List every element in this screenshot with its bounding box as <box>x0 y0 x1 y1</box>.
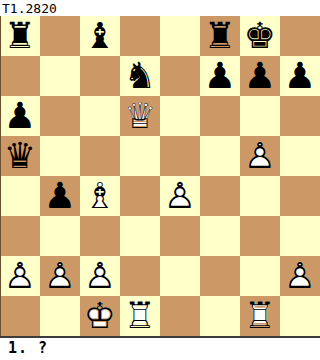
piece-black-king: ♚ <box>240 16 280 56</box>
piece-black-rook: ♜ <box>200 16 240 56</box>
square-c1[interactable]: ♚♔ <box>80 296 120 336</box>
square-c5[interactable] <box>80 136 120 176</box>
square-h6[interactable] <box>280 96 320 136</box>
square-h5[interactable] <box>280 136 320 176</box>
square-h1[interactable] <box>280 296 320 336</box>
piece-black-pawn: ♟ <box>0 96 40 136</box>
square-g4[interactable] <box>240 176 280 216</box>
square-e8[interactable] <box>160 16 200 56</box>
square-g7[interactable]: ♟ <box>240 56 280 96</box>
square-d6[interactable]: ♛♕ <box>120 96 160 136</box>
piece-white-queen: ♕ <box>120 96 160 136</box>
piece-white-rook-fill: ♜ <box>240 296 280 336</box>
square-c6[interactable] <box>80 96 120 136</box>
piece-white-pawn-fill: ♟ <box>160 176 200 216</box>
square-g5[interactable]: ♟♙ <box>240 136 280 176</box>
square-g1[interactable]: ♜♖ <box>240 296 280 336</box>
square-a2[interactable]: ♟♙ <box>0 256 40 296</box>
square-d3[interactable] <box>120 216 160 256</box>
square-b7[interactable] <box>40 56 80 96</box>
task-title: T1.2820 <box>2 1 57 16</box>
square-g6[interactable] <box>240 96 280 136</box>
square-b2[interactable]: ♟♙ <box>40 256 80 296</box>
square-c7[interactable] <box>80 56 120 96</box>
square-b1[interactable] <box>40 296 80 336</box>
square-b3[interactable] <box>40 216 80 256</box>
square-d8[interactable] <box>120 16 160 56</box>
piece-black-queen: ♛ <box>0 136 40 176</box>
square-f5[interactable] <box>200 136 240 176</box>
square-b5[interactable] <box>40 136 80 176</box>
piece-white-pawn-fill: ♟ <box>280 256 320 296</box>
piece-white-rook-fill: ♜ <box>120 296 160 336</box>
square-f1[interactable] <box>200 296 240 336</box>
piece-white-pawn: ♙ <box>160 176 200 216</box>
chess-board: ♜♝♜♚♞♟♟♟♟♛♕♛♟♙♟♝♗♟♙♟♙♟♙♟♙♟♙♚♔♜♖♜♖ <box>0 16 320 336</box>
board-bottom-border <box>0 336 320 338</box>
square-g8[interactable]: ♚ <box>240 16 280 56</box>
piece-white-pawn-fill: ♟ <box>80 256 120 296</box>
square-h4[interactable] <box>280 176 320 216</box>
square-e5[interactable] <box>160 136 200 176</box>
piece-white-queen-fill: ♛ <box>120 96 160 136</box>
square-e4[interactable]: ♟♙ <box>160 176 200 216</box>
piece-white-pawn: ♙ <box>80 256 120 296</box>
board-left-border <box>0 16 1 336</box>
piece-black-rook: ♜ <box>0 16 40 56</box>
piece-white-king-fill: ♚ <box>80 296 120 336</box>
square-e7[interactable] <box>160 56 200 96</box>
square-h3[interactable] <box>280 216 320 256</box>
square-d5[interactable] <box>120 136 160 176</box>
square-g3[interactable] <box>240 216 280 256</box>
piece-black-pawn: ♟ <box>240 56 280 96</box>
square-d2[interactable] <box>120 256 160 296</box>
chess-task-window: T1.2820 ♜♝♜♚♞♟♟♟♟♛♕♛♟♙♟♝♗♟♙♟♙♟♙♟♙♟♙♚♔♜♖♜… <box>0 0 320 360</box>
square-b4[interactable]: ♟ <box>40 176 80 216</box>
square-e3[interactable] <box>160 216 200 256</box>
square-a1[interactable] <box>0 296 40 336</box>
square-b6[interactable] <box>40 96 80 136</box>
piece-white-king: ♔ <box>80 296 120 336</box>
square-a7[interactable] <box>0 56 40 96</box>
square-a4[interactable] <box>0 176 40 216</box>
square-g2[interactable] <box>240 256 280 296</box>
square-c8[interactable]: ♝ <box>80 16 120 56</box>
piece-white-rook: ♖ <box>240 296 280 336</box>
piece-white-pawn-fill: ♟ <box>40 256 80 296</box>
square-c3[interactable] <box>80 216 120 256</box>
square-d1[interactable]: ♜♖ <box>120 296 160 336</box>
piece-white-pawn: ♙ <box>0 256 40 296</box>
piece-black-pawn: ♟ <box>40 176 80 216</box>
square-f3[interactable] <box>200 216 240 256</box>
square-d7[interactable]: ♞ <box>120 56 160 96</box>
square-h8[interactable] <box>280 16 320 56</box>
square-f6[interactable] <box>200 96 240 136</box>
piece-white-pawn: ♙ <box>40 256 80 296</box>
square-a3[interactable] <box>0 216 40 256</box>
piece-white-pawn-fill: ♟ <box>0 256 40 296</box>
piece-black-knight: ♞ <box>120 56 160 96</box>
square-b8[interactable] <box>40 16 80 56</box>
square-e2[interactable] <box>160 256 200 296</box>
piece-white-bishop: ♗ <box>80 176 120 216</box>
square-d4[interactable] <box>120 176 160 216</box>
square-f4[interactable] <box>200 176 240 216</box>
square-e1[interactable] <box>160 296 200 336</box>
piece-white-pawn: ♙ <box>240 136 280 176</box>
square-c4[interactable]: ♝♗ <box>80 176 120 216</box>
piece-white-pawn-fill: ♟ <box>240 136 280 176</box>
piece-white-pawn: ♙ <box>280 256 320 296</box>
piece-white-rook: ♖ <box>120 296 160 336</box>
square-c2[interactable]: ♟♙ <box>80 256 120 296</box>
move-prompt: 1. ? <box>8 339 48 357</box>
square-a8[interactable]: ♜ <box>0 16 40 56</box>
square-e6[interactable] <box>160 96 200 136</box>
square-h2[interactable]: ♟♙ <box>280 256 320 296</box>
square-f7[interactable]: ♟ <box>200 56 240 96</box>
square-a6[interactable]: ♟ <box>0 96 40 136</box>
square-f2[interactable] <box>200 256 240 296</box>
square-h7[interactable]: ♟ <box>280 56 320 96</box>
piece-black-pawn: ♟ <box>200 56 240 96</box>
square-a5[interactable]: ♛ <box>0 136 40 176</box>
piece-black-bishop: ♝ <box>80 16 120 56</box>
piece-black-pawn: ♟ <box>280 56 320 96</box>
square-f8[interactable]: ♜ <box>200 16 240 56</box>
piece-white-bishop-fill: ♝ <box>80 176 120 216</box>
